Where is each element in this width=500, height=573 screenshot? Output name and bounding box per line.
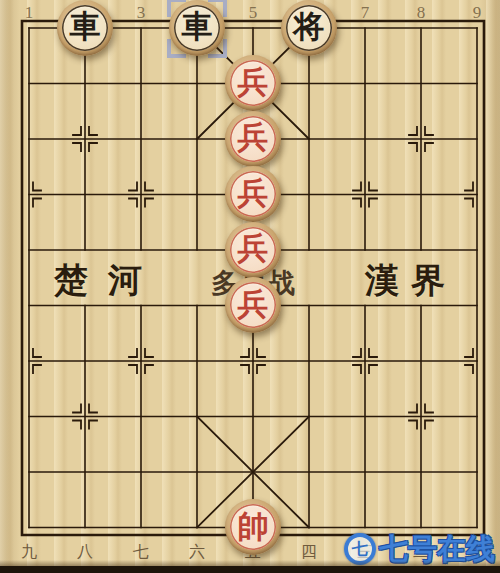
piece-glyph: 兵 xyxy=(238,289,269,320)
piece-face: 兵 xyxy=(230,227,276,273)
piece-glyph: 兵 xyxy=(238,178,269,209)
xiangqi-board: 123456789 九八七六五四三二一 楚 河 漢 界 多 兵 战 車車将兵兵兵… xyxy=(0,0,500,573)
piece-face: 兵 xyxy=(230,116,276,162)
piece-red-兵[interactable]: 兵 xyxy=(225,277,281,333)
piece-black-車[interactable]: 車 xyxy=(169,0,225,56)
piece-black-車[interactable]: 車 xyxy=(57,0,113,56)
piece-red-兵[interactable]: 兵 xyxy=(225,166,281,222)
piece-glyph: 将 xyxy=(294,11,325,42)
piece-red-兵[interactable]: 兵 xyxy=(225,222,281,278)
piece-face: 将 xyxy=(286,5,332,51)
piece-face: 兵 xyxy=(230,60,276,106)
piece-glyph: 車 xyxy=(70,11,101,42)
piece-red-兵[interactable]: 兵 xyxy=(225,55,281,111)
piece-glyph: 帥 xyxy=(238,511,269,542)
piece-face: 車 xyxy=(62,5,108,51)
piece-glyph: 兵 xyxy=(238,67,269,98)
pieces-layer: 車車将兵兵兵兵兵帥 xyxy=(1,0,500,555)
piece-glyph: 兵 xyxy=(238,122,269,153)
piece-black-将[interactable]: 将 xyxy=(281,0,337,56)
piece-face: 帥 xyxy=(230,504,276,550)
piece-red-帥[interactable]: 帥 xyxy=(225,499,281,555)
bottom-edge-band xyxy=(0,566,500,573)
piece-glyph: 車 xyxy=(182,11,213,42)
piece-face: 兵 xyxy=(230,282,276,328)
piece-red-兵[interactable]: 兵 xyxy=(225,111,281,167)
piece-face: 車 xyxy=(174,5,220,51)
site-logo-glyph: 七 xyxy=(352,541,368,557)
piece-face: 兵 xyxy=(230,171,276,217)
piece-glyph: 兵 xyxy=(238,233,269,264)
